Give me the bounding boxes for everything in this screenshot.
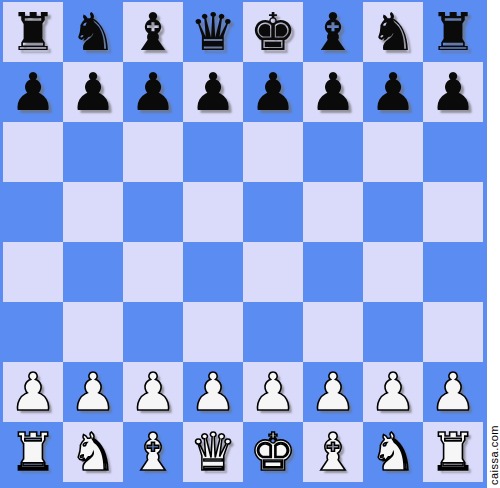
watermark-caissa: caissa.com — [488, 425, 500, 485]
square-c1[interactable]: ♝ — [123, 422, 183, 482]
square-f4[interactable] — [303, 242, 363, 302]
square-e5[interactable] — [243, 182, 303, 242]
square-b8[interactable]: ♞ — [63, 2, 123, 62]
piece-black-king[interactable]: ♚ — [250, 2, 297, 62]
square-f1[interactable]: ♝ — [303, 422, 363, 482]
square-h5[interactable] — [423, 182, 483, 242]
board-grid: ♜♞♝♛♚♝♞♜♟♟♟♟♟♟♟♟♟♟♟♟♟♟♟♟♜♞♝♛♚♝♞♜ — [3, 2, 483, 482]
piece-white-pawn[interactable]: ♟ — [250, 362, 297, 422]
square-a7[interactable]: ♟ — [3, 62, 63, 122]
square-c8[interactable]: ♝ — [123, 2, 183, 62]
square-h6[interactable] — [423, 122, 483, 182]
square-a3[interactable] — [3, 302, 63, 362]
square-b3[interactable] — [63, 302, 123, 362]
piece-black-pawn[interactable]: ♟ — [370, 62, 417, 122]
piece-black-knight[interactable]: ♞ — [70, 2, 117, 62]
square-c4[interactable] — [123, 242, 183, 302]
square-c3[interactable] — [123, 302, 183, 362]
square-a5[interactable] — [3, 182, 63, 242]
square-a1[interactable]: ♜ — [3, 422, 63, 482]
piece-white-queen[interactable]: ♛ — [190, 422, 237, 482]
square-f7[interactable]: ♟ — [303, 62, 363, 122]
piece-white-pawn[interactable]: ♟ — [190, 362, 237, 422]
square-h3[interactable] — [423, 302, 483, 362]
square-h4[interactable] — [423, 242, 483, 302]
square-b2[interactable]: ♟ — [63, 362, 123, 422]
square-e4[interactable] — [243, 242, 303, 302]
square-g1[interactable]: ♞ — [363, 422, 423, 482]
chess-board: ♜♞♝♛♚♝♞♜♟♟♟♟♟♟♟♟♟♟♟♟♟♟♟♟♜♞♝♛♚♝♞♜ — [0, 0, 487, 488]
piece-black-rook[interactable]: ♜ — [430, 2, 477, 62]
square-a6[interactable] — [3, 122, 63, 182]
square-f3[interactable] — [303, 302, 363, 362]
square-e6[interactable] — [243, 122, 303, 182]
square-h7[interactable]: ♟ — [423, 62, 483, 122]
square-b7[interactable]: ♟ — [63, 62, 123, 122]
square-d2[interactable]: ♟ — [183, 362, 243, 422]
square-d4[interactable] — [183, 242, 243, 302]
square-f2[interactable]: ♟ — [303, 362, 363, 422]
piece-white-pawn[interactable]: ♟ — [430, 362, 477, 422]
piece-black-pawn[interactable]: ♟ — [190, 62, 237, 122]
square-c2[interactable]: ♟ — [123, 362, 183, 422]
square-g5[interactable] — [363, 182, 423, 242]
piece-black-bishop[interactable]: ♝ — [130, 2, 177, 62]
square-d3[interactable] — [183, 302, 243, 362]
square-a8[interactable]: ♜ — [3, 2, 63, 62]
piece-black-rook[interactable]: ♜ — [10, 2, 57, 62]
square-f5[interactable] — [303, 182, 363, 242]
piece-black-bishop[interactable]: ♝ — [310, 2, 357, 62]
square-e2[interactable]: ♟ — [243, 362, 303, 422]
square-e3[interactable] — [243, 302, 303, 362]
piece-white-pawn[interactable]: ♟ — [370, 362, 417, 422]
piece-black-pawn[interactable]: ♟ — [310, 62, 357, 122]
square-h2[interactable]: ♟ — [423, 362, 483, 422]
square-d5[interactable] — [183, 182, 243, 242]
square-d1[interactable]: ♛ — [183, 422, 243, 482]
square-g2[interactable]: ♟ — [363, 362, 423, 422]
square-c7[interactable]: ♟ — [123, 62, 183, 122]
piece-black-pawn[interactable]: ♟ — [430, 62, 477, 122]
piece-white-king[interactable]: ♚ — [250, 422, 297, 482]
page: ♜♞♝♛♚♝♞♜♟♟♟♟♟♟♟♟♟♟♟♟♟♟♟♟♜♞♝♛♚♝♞♜ caissa.… — [0, 0, 500, 488]
square-c6[interactable] — [123, 122, 183, 182]
square-g4[interactable] — [363, 242, 423, 302]
piece-white-rook[interactable]: ♜ — [430, 422, 477, 482]
piece-black-pawn[interactable]: ♟ — [250, 62, 297, 122]
piece-black-knight[interactable]: ♞ — [370, 2, 417, 62]
piece-black-pawn[interactable]: ♟ — [10, 62, 57, 122]
piece-white-rook[interactable]: ♜ — [10, 422, 57, 482]
square-e1[interactable]: ♚ — [243, 422, 303, 482]
square-a4[interactable] — [3, 242, 63, 302]
square-g3[interactable] — [363, 302, 423, 362]
piece-white-pawn[interactable]: ♟ — [10, 362, 57, 422]
square-b5[interactable] — [63, 182, 123, 242]
square-h8[interactable]: ♜ — [423, 2, 483, 62]
piece-black-queen[interactable]: ♛ — [190, 2, 237, 62]
square-a2[interactable]: ♟ — [3, 362, 63, 422]
piece-white-pawn[interactable]: ♟ — [310, 362, 357, 422]
square-f8[interactable]: ♝ — [303, 2, 363, 62]
piece-white-knight[interactable]: ♞ — [370, 422, 417, 482]
square-c5[interactable] — [123, 182, 183, 242]
square-b4[interactable] — [63, 242, 123, 302]
square-b1[interactable]: ♞ — [63, 422, 123, 482]
square-d8[interactable]: ♛ — [183, 2, 243, 62]
square-f6[interactable] — [303, 122, 363, 182]
piece-black-pawn[interactable]: ♟ — [70, 62, 117, 122]
square-b6[interactable] — [63, 122, 123, 182]
square-g6[interactable] — [363, 122, 423, 182]
square-h1[interactable]: ♜ — [423, 422, 483, 482]
square-d6[interactable] — [183, 122, 243, 182]
square-e7[interactable]: ♟ — [243, 62, 303, 122]
piece-white-pawn[interactable]: ♟ — [130, 362, 177, 422]
square-g8[interactable]: ♞ — [363, 2, 423, 62]
square-d7[interactable]: ♟ — [183, 62, 243, 122]
piece-white-knight[interactable]: ♞ — [70, 422, 117, 482]
piece-white-bishop[interactable]: ♝ — [310, 422, 357, 482]
square-e8[interactable]: ♚ — [243, 2, 303, 62]
piece-black-pawn[interactable]: ♟ — [130, 62, 177, 122]
piece-white-pawn[interactable]: ♟ — [70, 362, 117, 422]
piece-white-bishop[interactable]: ♝ — [130, 422, 177, 482]
square-g7[interactable]: ♟ — [363, 62, 423, 122]
